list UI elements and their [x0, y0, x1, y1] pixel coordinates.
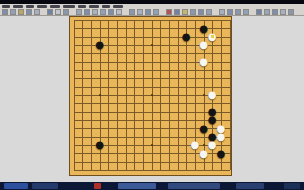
menu-item-9[interactable]: [113, 5, 123, 8]
grid-line-horizontal: [74, 128, 230, 129]
go-board[interactable]: ●●●●●●●●●●●●●●●●●●: [69, 16, 232, 176]
toolbar-separator: [42, 10, 45, 15]
client-area: ●●●●●●●●●●●●●●●●●●: [0, 16, 304, 182]
grid-line-horizontal: [74, 137, 230, 138]
star-point: [151, 44, 153, 46]
grid-line-horizontal: [74, 112, 230, 113]
toolbar-icon-18[interactable]: [137, 9, 143, 15]
menu-item-2[interactable]: [26, 5, 34, 8]
toolbar[interactable]: [0, 9, 304, 16]
toolbar-icon-20[interactable]: [153, 9, 159, 15]
menu-item-0[interactable]: [2, 5, 10, 8]
toolbar-icon-24[interactable]: [182, 9, 188, 15]
toolbar-icon-4[interactable]: [34, 9, 40, 15]
toolbar-icon-17[interactable]: [129, 9, 135, 15]
grid-line-horizontal: [74, 153, 230, 154]
star-point: [203, 144, 205, 146]
toolbar-icon-14[interactable]: [108, 9, 114, 15]
toolbar-icon-1[interactable]: [10, 9, 16, 15]
toolbar-icon-22[interactable]: [166, 9, 172, 15]
taskbar-item-5[interactable]: [236, 183, 264, 189]
taskbar-item-1[interactable]: [32, 183, 58, 189]
taskbar-item-4[interactable]: [168, 183, 220, 189]
menu-item-8[interactable]: [102, 5, 110, 8]
taskbar-item-3[interactable]: [118, 183, 156, 189]
toolbar-icon-35[interactable]: [264, 9, 270, 15]
toolbar-icon-3[interactable]: [26, 9, 32, 15]
grid-line-vertical: [212, 20, 213, 170]
toolbar-icon-10[interactable]: [76, 9, 82, 15]
menu-item-1[interactable]: [13, 5, 23, 8]
toolbar-icon-38[interactable]: [288, 9, 294, 15]
taskbar-item-0[interactable]: [4, 183, 28, 189]
taskbar-item-2[interactable]: [94, 183, 101, 189]
grid-line-horizontal: [74, 103, 230, 104]
grid-line-vertical: [178, 20, 179, 170]
toolbar-icon-19[interactable]: [145, 9, 151, 15]
windows-taskbar[interactable]: [0, 182, 304, 190]
star-point: [99, 44, 101, 46]
toolbar-icon-2[interactable]: [18, 9, 24, 15]
toolbar-icon-34[interactable]: [256, 9, 262, 15]
grid-line-vertical: [230, 20, 231, 170]
menu-item-7[interactable]: [89, 5, 99, 8]
last-move-marker: [211, 35, 214, 38]
grid-line-vertical: [221, 20, 222, 170]
grid-line-horizontal: [74, 170, 230, 171]
toolbar-icon-8[interactable]: [63, 9, 69, 15]
toolbar-icon-12[interactable]: [92, 9, 98, 15]
toolbar-icon-36[interactable]: [272, 9, 278, 15]
toolbar-icon-37[interactable]: [280, 9, 286, 15]
grid-line-horizontal: [74, 120, 230, 121]
menu-item-5[interactable]: [63, 5, 75, 8]
star-point: [203, 44, 205, 46]
toolbar-separator: [161, 10, 164, 15]
toolbar-icon-13[interactable]: [100, 9, 106, 15]
menu-item-3[interactable]: [37, 5, 47, 8]
toolbar-icon-32[interactable]: [243, 9, 249, 15]
screen: ●●●●●●●●●●●●●●●●●●: [0, 0, 304, 190]
menu-item-4[interactable]: [50, 5, 60, 8]
toolbar-icon-6[interactable]: [47, 9, 53, 15]
star-point: [203, 94, 205, 96]
star-point: [99, 94, 101, 96]
toolbar-icon-27[interactable]: [206, 9, 212, 15]
toolbar-icon-29[interactable]: [219, 9, 225, 15]
toolbar-icon-11[interactable]: [84, 9, 90, 15]
toolbar-icon-7[interactable]: [55, 9, 61, 15]
toolbar-separator: [214, 10, 217, 15]
toolbar-icon-0[interactable]: [2, 9, 8, 15]
grid-line-horizontal: [74, 162, 230, 163]
toolbar-separator: [251, 10, 254, 15]
toolbar-icon-31[interactable]: [235, 9, 241, 15]
grid-line-vertical: [169, 20, 170, 170]
star-point: [151, 94, 153, 96]
toolbar-separator: [124, 10, 127, 15]
toolbar-icon-15[interactable]: [116, 9, 122, 15]
grid-line-vertical: [160, 20, 161, 170]
grid-line-vertical: [195, 20, 196, 170]
grid-line-vertical: [186, 20, 187, 170]
taskbar-item-6[interactable]: [284, 183, 300, 189]
toolbar-icon-26[interactable]: [198, 9, 204, 15]
toolbar-icon-23[interactable]: [174, 9, 180, 15]
toolbar-icon-30[interactable]: [227, 9, 233, 15]
star-point: [99, 144, 101, 146]
toolbar-separator: [71, 10, 74, 15]
star-point: [151, 144, 153, 146]
menu-item-6[interactable]: [78, 5, 86, 8]
toolbar-icon-25[interactable]: [190, 9, 196, 15]
